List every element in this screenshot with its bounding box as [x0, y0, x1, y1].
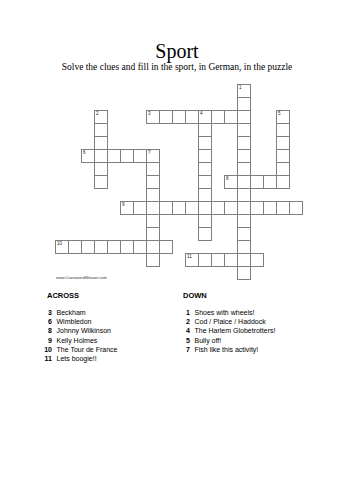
grid-cell[interactable]	[185, 110, 199, 124]
grid-cell[interactable]	[237, 188, 251, 202]
grid-cell[interactable]: 8	[224, 175, 238, 189]
grid-cell[interactable]: 5	[276, 110, 290, 124]
clue-number: 6	[42, 318, 52, 325]
grid-cell[interactable]	[237, 253, 251, 267]
grid-cell[interactable]	[133, 201, 147, 215]
grid-cell[interactable]	[224, 253, 238, 267]
clue-number: 3	[42, 309, 52, 316]
grid-cell[interactable]	[172, 201, 186, 215]
grid-cell[interactable]: 1	[237, 84, 251, 98]
clue-item: 7Fish like this activity!	[183, 346, 348, 355]
clue-number: 11	[42, 355, 52, 362]
cell-number: 11	[187, 255, 192, 260]
across-header: ACROSS	[47, 292, 177, 300]
grid-cell[interactable]	[81, 240, 95, 254]
grid-cell[interactable]: 11	[185, 253, 199, 267]
clue-item: 2Cod / Plaice / Haddock	[183, 318, 348, 327]
clue-text: Johnny Wilkinson	[57, 327, 111, 334]
clue-text: The Harlem Globetrotters!	[195, 327, 276, 334]
credit-text: www.CrosswordWeaver.com	[56, 275, 107, 280]
clue-number: 4	[183, 327, 190, 334]
grid-cell[interactable]	[211, 110, 225, 124]
grid-cell[interactable]	[237, 240, 251, 254]
down-clues-section: DOWN 1Shoes with wheels!2Cod / Plaice / …	[183, 292, 348, 355]
clue-number: 1	[183, 309, 190, 316]
grid-cell[interactable]	[198, 175, 212, 189]
grid-cell[interactable]	[94, 123, 108, 137]
grid-cell[interactable]	[172, 110, 186, 124]
grid-cell[interactable]	[276, 149, 290, 163]
grid-cell[interactable]	[224, 110, 238, 124]
clue-text: Beckham	[57, 309, 86, 316]
clue-text: Cod / Plaice / Haddock	[195, 318, 266, 325]
grid-cell[interactable]	[276, 123, 290, 137]
grid-cell[interactable]	[250, 253, 264, 267]
grid-cell[interactable]: 6	[81, 149, 95, 163]
grid-cell[interactable]	[68, 240, 82, 254]
grid-cell[interactable]	[94, 175, 108, 189]
grid-cell[interactable]	[276, 162, 290, 176]
grid-cell[interactable]	[237, 123, 251, 137]
grid-cell[interactable]: 3	[146, 110, 160, 124]
grid-cell[interactable]: 7	[146, 149, 160, 163]
clue-number: 8	[42, 327, 52, 334]
grid-cell[interactable]	[146, 188, 160, 202]
grid-cell[interactable]	[146, 162, 160, 176]
clue-text: The Tour de France	[57, 346, 118, 353]
grid-cell[interactable]	[211, 201, 225, 215]
cell-number: 3	[148, 112, 151, 117]
grid-cell[interactable]	[211, 253, 225, 267]
grid-cell[interactable]	[107, 240, 121, 254]
grid-cell[interactable]	[198, 227, 212, 241]
down-header: DOWN	[183, 292, 348, 300]
clue-item: 1Shoes with wheels!	[183, 309, 348, 318]
grid-cell[interactable]	[250, 175, 264, 189]
clue-text: Fish like this activity!	[195, 346, 259, 353]
grid-cell[interactable]	[120, 149, 134, 163]
clue-number: 9	[42, 337, 52, 344]
grid-cell[interactable]	[198, 201, 212, 215]
grid-cell[interactable]	[237, 149, 251, 163]
grid-cell[interactable]	[263, 175, 277, 189]
across-clue-list: 3Beckham6Wimbledon8Johnny Wilkinson9Kell…	[42, 309, 177, 365]
grid-cell[interactable]	[224, 201, 238, 215]
grid-cell[interactable]	[237, 266, 251, 280]
grid-cell[interactable]	[94, 136, 108, 150]
page-title: Sport	[0, 41, 354, 61]
clue-item: 9Kelly Holmes	[42, 337, 177, 346]
grid-cell[interactable]	[276, 136, 290, 150]
grid-cell[interactable]	[146, 175, 160, 189]
clue-item: 6Wimbledon	[42, 318, 177, 327]
grid-cell[interactable]	[198, 253, 212, 267]
grid-cell[interactable]: 4	[198, 110, 212, 124]
clue-text: Shoes with wheels!	[195, 309, 255, 316]
grid-cell[interactable]	[237, 136, 251, 150]
page-subtitle: Solve the clues and fill in the sport, i…	[0, 62, 354, 73]
grid-cell[interactable]	[250, 201, 264, 215]
cell-number: 8	[226, 177, 229, 182]
clue-text: Wimbledon	[57, 318, 92, 325]
grid-cell[interactable]	[237, 175, 251, 189]
grid-cell[interactable]: 10	[55, 240, 69, 254]
grid-cell[interactable]	[198, 149, 212, 163]
grid-cell[interactable]	[94, 240, 108, 254]
cell-number: 6	[83, 151, 86, 156]
clue-text: Bully off!	[195, 337, 222, 344]
crossword-grid: 1234567891011	[55, 84, 303, 280]
grid-cell[interactable]	[237, 110, 251, 124]
grid-cell[interactable]	[198, 136, 212, 150]
grid-cell[interactable]	[237, 162, 251, 176]
grid-cell[interactable]	[146, 253, 160, 267]
grid-cell[interactable]	[146, 227, 160, 241]
clue-item: 5Bully off!	[183, 337, 348, 346]
grid-cell[interactable]	[133, 149, 147, 163]
grid-cell[interactable]	[237, 227, 251, 241]
grid-cell[interactable]	[237, 201, 251, 215]
cell-number: 4	[200, 112, 203, 117]
cell-number: 10	[57, 242, 62, 247]
grid-cell[interactable]	[146, 240, 160, 254]
grid-cell[interactable]	[198, 162, 212, 176]
grid-cell[interactable]	[198, 214, 212, 228]
grid-cell[interactable]	[289, 201, 303, 215]
grid-cell[interactable]	[94, 162, 108, 176]
cell-number: 5	[278, 112, 281, 117]
clue-item: 10The Tour de France	[42, 346, 177, 355]
across-clues-section: ACROSS 3Beckham6Wimbledon8Johnny Wilkins…	[42, 292, 177, 365]
grid-cell[interactable]	[146, 214, 160, 228]
clue-text: Lets boogie!!	[57, 355, 97, 362]
clue-item: 8Johnny Wilkinson	[42, 327, 177, 336]
grid-cell[interactable]: 2	[94, 110, 108, 124]
cell-number: 7	[148, 151, 151, 156]
down-clue-list: 1Shoes with wheels!2Cod / Plaice / Haddo…	[183, 309, 348, 356]
cell-number: 2	[96, 112, 99, 117]
grid-cell[interactable]	[198, 123, 212, 137]
clue-number: 10	[42, 346, 52, 353]
clue-item: 4The Harlem Globetrotters!	[183, 327, 348, 336]
clue-item: 3Beckham	[42, 309, 177, 318]
cell-number: 1	[239, 86, 242, 91]
clue-number: 2	[183, 318, 190, 325]
grid-cell[interactable]	[94, 149, 108, 163]
grid-cell[interactable]	[276, 201, 290, 215]
grid-cell[interactable]	[159, 201, 173, 215]
grid-cell[interactable]	[185, 201, 199, 215]
grid-cell[interactable]	[276, 175, 290, 189]
grid-cell[interactable]	[237, 214, 251, 228]
cell-number: 9	[122, 203, 125, 208]
grid-cell[interactable]	[120, 240, 134, 254]
clue-number: 7	[183, 346, 190, 353]
grid-cell[interactable]: 9	[120, 201, 134, 215]
grid-cell[interactable]	[133, 240, 147, 254]
grid-cell[interactable]	[107, 149, 121, 163]
grid-cell[interactable]	[159, 240, 173, 254]
grid-cell[interactable]	[146, 201, 160, 215]
grid-cell[interactable]	[263, 201, 277, 215]
clue-number: 5	[183, 337, 190, 344]
grid-cell[interactable]	[198, 188, 212, 202]
clue-item: 11Lets boogie!!	[42, 355, 177, 364]
clue-text: Kelly Holmes	[57, 337, 98, 344]
grid-cell[interactable]	[237, 97, 251, 111]
grid-cell[interactable]	[159, 110, 173, 124]
